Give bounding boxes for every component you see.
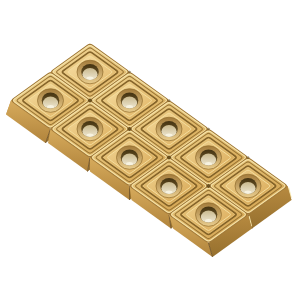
bore-specular-highlight	[87, 134, 94, 137]
carbide-inserts-render	[0, 0, 300, 300]
bore-specular-highlight	[47, 105, 54, 108]
bore-specular-highlight	[166, 191, 173, 194]
bore-specular-highlight	[245, 191, 252, 194]
bore-specular-highlight	[205, 219, 212, 222]
product-photo	[0, 0, 300, 300]
bore-specular-highlight	[205, 162, 212, 165]
bore-specular-highlight	[126, 105, 133, 108]
bore-specular-highlight	[126, 162, 133, 165]
bore-specular-highlight	[166, 134, 173, 137]
bore-specular-highlight	[87, 77, 94, 80]
